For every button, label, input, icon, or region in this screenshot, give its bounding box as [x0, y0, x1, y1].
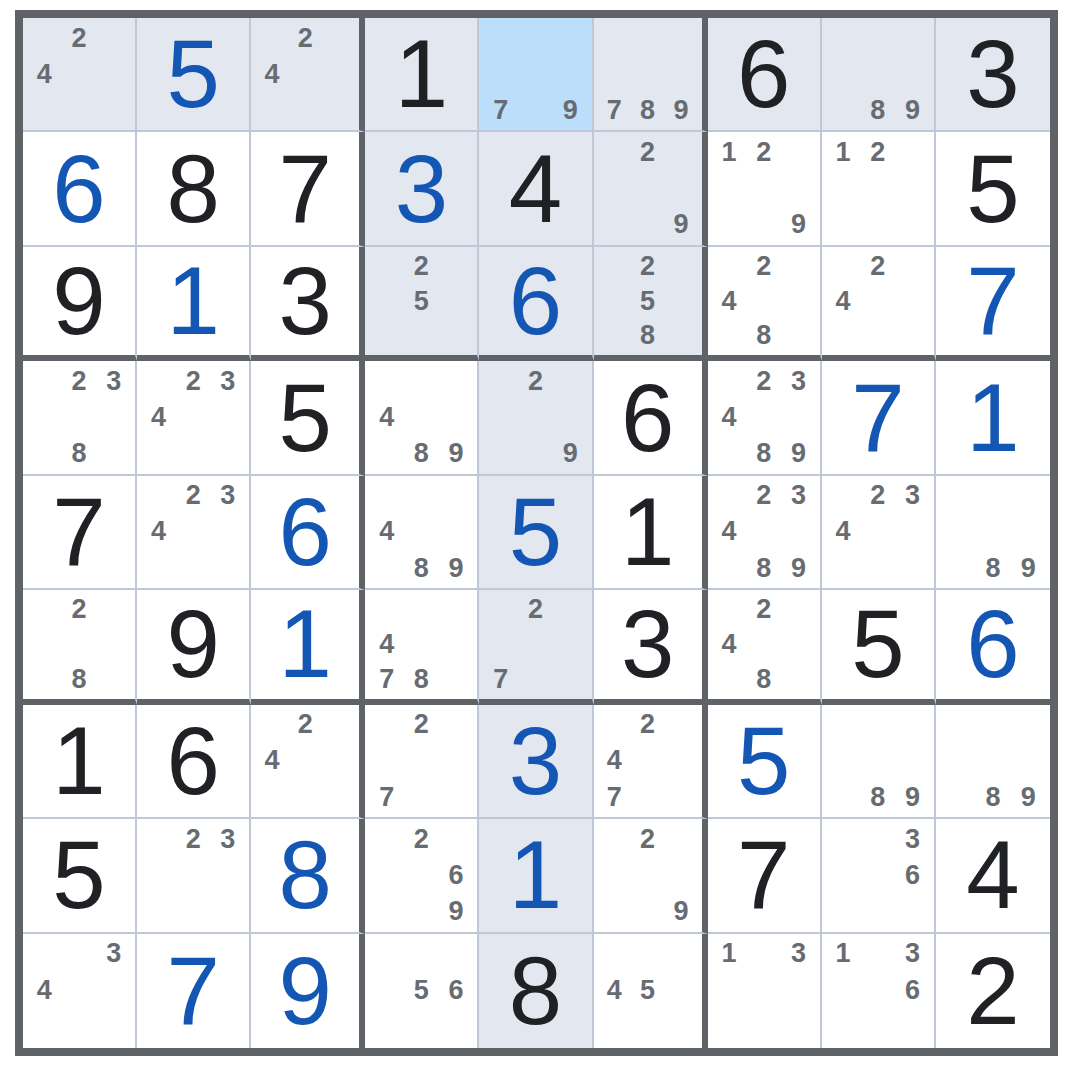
candidate-empty-slot [598, 893, 631, 929]
candidate-empty-slot [664, 857, 697, 893]
candidate-empty-slot [289, 56, 322, 92]
candidate-digit: 1 [826, 936, 861, 973]
candidate-digit: 2 [746, 363, 781, 399]
candidate-empty-slot [404, 592, 439, 627]
given-digit: 7 [279, 141, 332, 237]
candidate-empty-slot [96, 92, 131, 128]
cell-r3c5[interactable]: 6 [479, 247, 593, 361]
candidate-empty-slot [439, 399, 474, 435]
cell-r9c2[interactable]: 7 [137, 934, 251, 1048]
candidate-digit: 2 [860, 249, 895, 284]
candidate-empty-slot [96, 627, 131, 662]
cell-r5c4[interactable]: 489 [365, 476, 479, 590]
candidate-empty-slot [211, 893, 246, 929]
entered-digit: 3 [395, 141, 448, 237]
cell-r5c1[interactable]: 7 [23, 476, 137, 590]
candidate-empty-slot [598, 249, 631, 284]
candidate-digit: 2 [404, 707, 439, 743]
cell-r7c2[interactable]: 6 [137, 705, 251, 819]
candidate-empty-slot [404, 857, 439, 893]
cell-r5c3[interactable]: 6 [251, 476, 365, 590]
candidate-digit: 5 [404, 284, 439, 319]
cell-r9c1[interactable]: 34 [23, 934, 137, 1048]
cell-r1c9[interactable]: 3 [936, 18, 1050, 132]
candidate-digit: 7 [483, 662, 518, 697]
candidate-grid: 89 [826, 707, 930, 815]
cell-r3c1[interactable]: 9 [23, 247, 137, 361]
cell-r5c5[interactable]: 5 [479, 476, 593, 590]
candidate-empty-slot [598, 857, 631, 893]
cell-r9c8[interactable]: 136 [822, 934, 936, 1048]
candidate-empty-slot [895, 171, 930, 207]
candidate-empty-slot [62, 399, 97, 435]
candidate-empty-slot [664, 249, 697, 284]
candidate-empty-slot [404, 627, 439, 662]
candidate-digit: 1 [712, 134, 747, 170]
candidate-empty-slot [746, 627, 781, 662]
candidate-empty-slot [439, 249, 474, 284]
candidate-digit: 9 [553, 92, 588, 128]
candidate-empty-slot [369, 821, 404, 857]
cell-r3c3[interactable]: 3 [251, 247, 365, 361]
candidate-grid: 489 [369, 478, 473, 586]
candidate-empty-slot [369, 436, 404, 472]
candidate-empty-slot [404, 779, 439, 815]
candidate-grid: 24 [255, 707, 355, 815]
candidate-empty-slot [255, 92, 288, 128]
candidate-empty-slot [518, 436, 553, 472]
candidate-grid: 89 [826, 20, 930, 128]
candidate-empty-slot [664, 1009, 697, 1046]
candidate-digit: 9 [1011, 550, 1046, 586]
cell-r7c3[interactable]: 24 [251, 705, 365, 819]
candidate-digit: 5 [631, 972, 664, 1009]
candidate-empty-slot [860, 936, 895, 973]
cell-r4c8[interactable]: 7 [822, 361, 936, 475]
candidate-empty-slot [631, 743, 664, 779]
cell-r5c8[interactable]: 234 [822, 476, 936, 590]
cell-r2c2[interactable]: 8 [137, 132, 251, 246]
candidate-digit: 8 [746, 436, 781, 472]
candidate-empty-slot [404, 936, 439, 973]
candidate-empty-slot [895, 20, 930, 56]
candidate-empty-slot [860, 56, 895, 92]
candidate-digit: 4 [826, 514, 861, 550]
cell-r4c6[interactable]: 6 [594, 361, 708, 475]
candidate-digit: 2 [62, 363, 97, 399]
candidate-empty-slot [826, 1009, 861, 1046]
candidate-empty-slot [860, 319, 895, 354]
candidate-empty-slot [860, 284, 895, 319]
candidate-empty-slot [746, 207, 781, 243]
candidate-empty-slot [62, 1009, 97, 1046]
given-digit: 5 [52, 827, 105, 923]
candidate-empty-slot [211, 550, 246, 586]
cell-r1c5[interactable]: 79 [479, 18, 593, 132]
cell-r7c9[interactable]: 89 [936, 705, 1050, 819]
candidate-empty-slot [1011, 478, 1046, 514]
cell-r1c2[interactable]: 5 [137, 18, 251, 132]
candidate-empty-slot [860, 743, 895, 779]
candidate-empty-slot [940, 514, 975, 550]
candidate-empty-slot [141, 857, 176, 893]
candidate-empty-slot [895, 134, 930, 170]
cell-r7c7[interactable]: 5 [708, 705, 822, 819]
given-digit: 1 [52, 713, 105, 809]
candidate-empty-slot [176, 514, 211, 550]
candidate-empty-slot [631, 936, 664, 973]
candidate-empty-slot [598, 171, 631, 207]
candidate-empty-slot [631, 171, 664, 207]
candidate-empty-slot [712, 972, 747, 1009]
candidate-digit: 8 [404, 436, 439, 472]
candidate-empty-slot [369, 592, 404, 627]
candidate-empty-slot [96, 20, 131, 56]
candidate-empty-slot [483, 20, 518, 56]
given-digit: 6 [737, 26, 790, 122]
candidate-empty-slot [96, 662, 131, 697]
cell-r9c9[interactable]: 2 [936, 934, 1050, 1048]
candidate-empty-slot [439, 662, 474, 697]
cell-r2c8[interactable]: 12 [822, 132, 936, 246]
candidate-empty-slot [96, 436, 131, 472]
candidate-digit: 9 [781, 207, 816, 243]
candidate-digit: 4 [598, 972, 631, 1009]
given-digit: 1 [621, 484, 674, 580]
candidate-empty-slot [826, 779, 861, 815]
candidate-empty-slot [1011, 514, 1046, 550]
given-digit: 5 [966, 141, 1019, 237]
candidate-empty-slot [141, 363, 176, 399]
candidate-empty-slot [712, 550, 747, 586]
candidate-grid: 28 [27, 592, 131, 696]
cell-r9c6[interactable]: 45 [594, 934, 708, 1048]
candidate-empty-slot [176, 550, 211, 586]
cell-r4c1[interactable]: 238 [23, 361, 137, 475]
candidate-empty-slot [860, 207, 895, 243]
candidate-empty-slot [975, 478, 1010, 514]
cell-r1c6[interactable]: 789 [594, 18, 708, 132]
cell-r4c9[interactable]: 1 [936, 361, 1050, 475]
candidate-empty-slot [598, 134, 631, 170]
candidate-empty-slot [518, 399, 553, 435]
cell-r6c4[interactable]: 478 [365, 590, 479, 704]
cell-r9c7[interactable]: 13 [708, 934, 822, 1048]
cell-r9c5[interactable]: 8 [479, 934, 593, 1048]
cell-r8c2[interactable]: 23 [137, 819, 251, 933]
candidate-empty-slot [369, 550, 404, 586]
given-digit: 7 [52, 484, 105, 580]
cell-r6c7[interactable]: 248 [708, 590, 822, 704]
candidate-empty-slot [712, 171, 747, 207]
cell-r5c6[interactable]: 1 [594, 476, 708, 590]
candidate-empty-slot [553, 592, 588, 627]
candidate-grid: 234 [141, 363, 245, 471]
candidate-empty-slot [940, 779, 975, 815]
given-digit: 6 [621, 370, 674, 466]
candidate-digit: 4 [141, 399, 176, 435]
candidate-empty-slot [27, 1009, 62, 1046]
cell-r4c4[interactable]: 489 [365, 361, 479, 475]
candidate-empty-slot [860, 972, 895, 1009]
candidate-empty-slot [664, 779, 697, 815]
cell-r3c6[interactable]: 258 [594, 247, 708, 361]
candidate-empty-slot [255, 779, 288, 815]
candidate-empty-slot [975, 514, 1010, 550]
candidate-empty-slot [895, 514, 930, 550]
candidate-digit: 2 [631, 249, 664, 284]
candidate-digit: 9 [664, 92, 697, 128]
candidate-empty-slot [96, 399, 131, 435]
cell-r3c8[interactable]: 24 [822, 247, 936, 361]
cell-r2c6[interactable]: 29 [594, 132, 708, 246]
candidate-empty-slot [664, 936, 697, 973]
cell-r8c7[interactable]: 7 [708, 819, 822, 933]
cell-r9c4[interactable]: 56 [365, 934, 479, 1048]
given-digit: 8 [509, 943, 562, 1039]
candidate-empty-slot [483, 363, 518, 399]
candidate-empty-slot [322, 92, 355, 128]
candidate-digit: 2 [176, 821, 211, 857]
candidate-empty-slot [369, 972, 404, 1009]
cell-r7c6[interactable]: 247 [594, 705, 708, 819]
candidate-empty-slot [404, 514, 439, 550]
candidate-empty-slot [369, 249, 404, 284]
cell-r7c5[interactable]: 3 [479, 705, 593, 819]
candidate-empty-slot [289, 743, 322, 779]
entered-digit: 1 [279, 596, 332, 692]
candidate-digit: 2 [631, 707, 664, 743]
cell-r8c6[interactable]: 29 [594, 819, 708, 933]
candidate-empty-slot [598, 207, 631, 243]
candidate-empty-slot [826, 207, 861, 243]
candidate-digit: 4 [598, 743, 631, 779]
candidate-empty-slot [746, 399, 781, 435]
candidate-empty-slot [369, 284, 404, 319]
cell-r1c7[interactable]: 6 [708, 18, 822, 132]
candidate-empty-slot [553, 56, 588, 92]
candidate-empty-slot [553, 627, 588, 662]
candidate-digit: 9 [439, 893, 474, 929]
cell-r6c2[interactable]: 9 [137, 590, 251, 704]
cell-r7c8[interactable]: 89 [822, 705, 936, 819]
entered-digit: 7 [851, 370, 904, 466]
candidate-digit: 5 [404, 972, 439, 1009]
cell-r8c8[interactable]: 36 [822, 819, 936, 933]
candidate-digit: 9 [781, 436, 816, 472]
candidate-empty-slot [860, 857, 895, 893]
candidate-empty-slot [141, 478, 176, 514]
candidate-digit: 9 [781, 550, 816, 586]
cell-r4c2[interactable]: 234 [137, 361, 251, 475]
candidate-empty-slot [664, 134, 697, 170]
candidate-empty-slot [826, 550, 861, 586]
candidate-digit: 3 [895, 821, 930, 857]
candidate-empty-slot [255, 20, 288, 56]
candidate-empty-slot [404, 743, 439, 779]
cell-r5c9[interactable]: 89 [936, 476, 1050, 590]
candidate-empty-slot [895, 56, 930, 92]
cell-r1c4[interactable]: 1 [365, 18, 479, 132]
candidate-empty-slot [404, 1009, 439, 1046]
candidate-empty-slot [439, 478, 474, 514]
candidate-empty-slot [1011, 707, 1046, 743]
cell-r1c3[interactable]: 24 [251, 18, 365, 132]
cell-r5c2[interactable]: 234 [137, 476, 251, 590]
entered-digit: 3 [509, 713, 562, 809]
candidate-empty-slot [27, 399, 62, 435]
cell-r2c4[interactable]: 3 [365, 132, 479, 246]
candidate-empty-slot [27, 662, 62, 697]
candidate-digit: 9 [439, 550, 474, 586]
candidate-digit: 9 [664, 207, 697, 243]
cell-r6c3[interactable]: 1 [251, 590, 365, 704]
candidate-digit: 9 [1011, 779, 1046, 815]
entered-digit: 5 [166, 26, 219, 122]
candidate-empty-slot [826, 857, 861, 893]
cell-r6c5[interactable]: 27 [479, 590, 593, 704]
candidate-empty-slot [289, 92, 322, 128]
candidate-digit: 3 [781, 936, 816, 973]
cell-r7c1[interactable]: 1 [23, 705, 137, 819]
candidate-empty-slot [598, 319, 631, 354]
candidate-digit: 8 [975, 550, 1010, 586]
sudoku-app: 2452417978968936873429129125913256258248… [0, 0, 1080, 1079]
candidate-empty-slot [826, 171, 861, 207]
candidate-empty-slot [598, 821, 631, 857]
candidate-empty-slot [781, 249, 816, 284]
candidate-digit: 2 [176, 363, 211, 399]
candidate-empty-slot [712, 478, 747, 514]
cell-r3c2[interactable]: 1 [137, 247, 251, 361]
candidate-digit: 4 [826, 284, 861, 319]
cell-r4c5[interactable]: 29 [479, 361, 593, 475]
cell-r2c5[interactable]: 4 [479, 132, 593, 246]
cell-r2c9[interactable]: 5 [936, 132, 1050, 246]
candidate-grid: 79 [483, 20, 587, 128]
candidate-empty-slot [631, 56, 664, 92]
candidate-empty-slot [781, 592, 816, 627]
candidate-empty-slot [598, 284, 631, 319]
candidate-empty-slot [553, 363, 588, 399]
cell-r8c5[interactable]: 1 [479, 819, 593, 933]
candidate-empty-slot [439, 821, 474, 857]
given-digit: 3 [279, 253, 332, 349]
cell-r2c3[interactable]: 7 [251, 132, 365, 246]
candidate-digit: 3 [211, 821, 246, 857]
candidate-empty-slot [322, 707, 355, 743]
candidate-digit: 7 [483, 92, 518, 128]
cell-r3c9[interactable]: 7 [936, 247, 1050, 361]
candidate-empty-slot [439, 779, 474, 815]
candidate-empty-slot [439, 319, 474, 354]
candidate-empty-slot [598, 20, 631, 56]
candidate-digit: 4 [141, 514, 176, 550]
candidate-empty-slot [27, 936, 62, 973]
candidate-digit: 2 [404, 249, 439, 284]
candidate-digit: 3 [211, 363, 246, 399]
cell-r9c3[interactable]: 9 [251, 934, 365, 1048]
entered-digit: 9 [279, 943, 332, 1039]
candidate-digit: 8 [404, 662, 439, 697]
candidate-empty-slot [439, 743, 474, 779]
candidate-digit: 8 [631, 319, 664, 354]
candidate-empty-slot [553, 662, 588, 697]
candidate-empty-slot [439, 514, 474, 550]
cell-r1c8[interactable]: 89 [822, 18, 936, 132]
cell-r1c1[interactable]: 24 [23, 18, 137, 132]
candidate-empty-slot [598, 936, 631, 973]
candidate-digit: 4 [27, 972, 62, 1009]
cell-r4c7[interactable]: 23489 [708, 361, 822, 475]
candidate-digit: 3 [895, 478, 930, 514]
cell-r8c3[interactable]: 8 [251, 819, 365, 933]
candidate-empty-slot [895, 743, 930, 779]
cell-r3c4[interactable]: 25 [365, 247, 479, 361]
candidate-empty-slot [141, 893, 176, 929]
cell-r5c7[interactable]: 23489 [708, 476, 822, 590]
candidate-empty-slot [860, 1009, 895, 1046]
candidate-digit: 2 [860, 134, 895, 170]
cell-r8c9[interactable]: 4 [936, 819, 1050, 933]
candidate-empty-slot [712, 319, 747, 354]
candidate-empty-slot [255, 707, 288, 743]
cell-r6c9[interactable]: 6 [936, 590, 1050, 704]
entered-digit: 6 [279, 484, 332, 580]
given-digit: 1 [395, 26, 448, 122]
candidate-empty-slot [781, 662, 816, 697]
candidate-empty-slot [211, 436, 246, 472]
candidate-empty-slot [369, 478, 404, 514]
candidate-empty-slot [860, 514, 895, 550]
candidate-empty-slot [664, 821, 697, 857]
cell-r2c1[interactable]: 6 [23, 132, 137, 246]
candidate-digit: 6 [439, 857, 474, 893]
candidate-digit: 3 [211, 478, 246, 514]
candidate-empty-slot [404, 319, 439, 354]
cell-r8c1[interactable]: 5 [23, 819, 137, 933]
cell-r6c6[interactable]: 3 [594, 590, 708, 704]
cell-r8c4[interactable]: 269 [365, 819, 479, 933]
candidate-empty-slot [404, 478, 439, 514]
candidate-empty-slot [631, 779, 664, 815]
cell-r2c7[interactable]: 129 [708, 132, 822, 246]
cell-r4c3[interactable]: 5 [251, 361, 365, 475]
cell-r7c4[interactable]: 27 [365, 705, 479, 819]
candidate-empty-slot [664, 972, 697, 1009]
candidate-empty-slot [940, 478, 975, 514]
candidate-empty-slot [826, 319, 861, 354]
candidate-grid: 23489 [712, 478, 816, 586]
candidate-digit: 8 [746, 662, 781, 697]
cell-r3c7[interactable]: 248 [708, 247, 822, 361]
candidate-empty-slot [826, 20, 861, 56]
candidate-empty-slot [176, 893, 211, 929]
candidate-empty-slot [895, 707, 930, 743]
candidate-grid: 248 [712, 249, 816, 353]
candidate-grid: 136 [826, 936, 930, 1046]
candidate-empty-slot [860, 707, 895, 743]
entered-digit: 6 [509, 253, 562, 349]
candidate-empty-slot [712, 207, 747, 243]
candidate-empty-slot [439, 627, 474, 662]
candidate-digit: 2 [631, 134, 664, 170]
candidate-empty-slot [712, 363, 747, 399]
candidate-empty-slot [664, 20, 697, 56]
cell-r6c1[interactable]: 28 [23, 590, 137, 704]
candidate-empty-slot [712, 592, 747, 627]
cell-r6c8[interactable]: 5 [822, 590, 936, 704]
